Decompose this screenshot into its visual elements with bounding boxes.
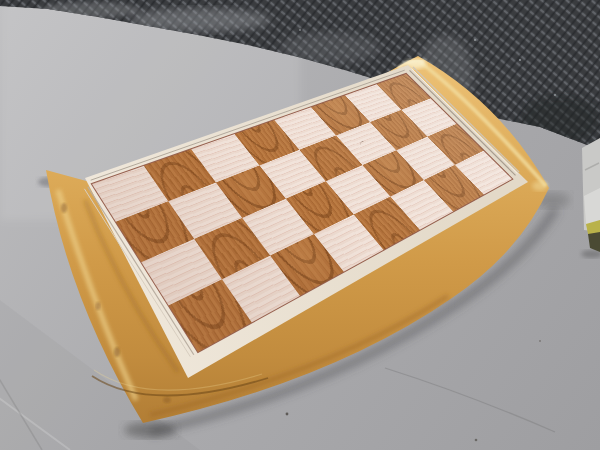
photo-canvas <box>0 0 600 450</box>
